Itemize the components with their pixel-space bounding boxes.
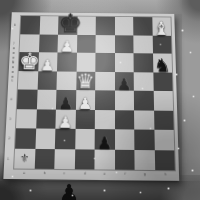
square-f7[interactable] (114, 35, 133, 53)
square-h6[interactable]: ♞ (153, 53, 173, 72)
square-e3[interactable] (95, 110, 115, 130)
square-h1[interactable] (154, 150, 174, 171)
square-h4[interactable] (153, 91, 173, 110)
chessboard: 87654321 abcdefgh ♚♝♟♚♟♞♛♟♟♟♟♟⚜ (3, 12, 179, 181)
square-h2[interactable] (154, 130, 174, 150)
black-knight-h6[interactable]: ♞ (153, 56, 173, 74)
square-c8[interactable]: ♚ (58, 16, 77, 34)
square-e8[interactable] (96, 17, 115, 35)
square-f5[interactable]: ♟ (114, 72, 133, 91)
square-c1[interactable] (54, 149, 74, 170)
square-f3[interactable] (115, 110, 135, 130)
square-g3[interactable] (134, 110, 154, 130)
rank-label-4: 4 (10, 91, 17, 106)
white-queen-d5[interactable]: ♛ (76, 72, 96, 93)
file-label-a: a (16, 170, 32, 177)
file-label-h: h (157, 172, 173, 179)
square-d1[interactable] (74, 149, 94, 170)
rank-label-3: 3 (9, 111, 16, 127)
photo-of-chessboard: 87654321 abcdefgh ♚♝♟♚♟♞♛♟♟♟♟♟⚜ ♟ (0, 0, 200, 200)
square-b6[interactable]: ♟ (38, 52, 58, 71)
square-e2[interactable]: ♟ (95, 129, 115, 149)
square-h8[interactable]: ♝ (152, 17, 171, 35)
square-g1[interactable] (134, 149, 154, 170)
square-b4[interactable] (36, 90, 56, 109)
white-pawn-b6[interactable]: ♟ (38, 57, 58, 72)
file-label-d: d (76, 171, 92, 178)
file-label-g: g (137, 172, 153, 179)
rank-label-6: 6 (12, 54, 19, 69)
square-e6[interactable] (95, 53, 114, 72)
square-f1[interactable] (115, 149, 135, 170)
square-c4[interactable]: ♟ (56, 90, 76, 109)
black-pawn-c4[interactable]: ♟ (56, 95, 76, 111)
background-bottom-shadow (0, 181, 200, 200)
square-g6[interactable] (134, 53, 153, 72)
square-h3[interactable] (154, 110, 174, 130)
square-g8[interactable] (133, 17, 152, 35)
square-c7[interactable]: ♟ (57, 34, 76, 52)
white-pawn-c3[interactable]: ♟ (55, 115, 75, 131)
square-a2[interactable] (15, 128, 36, 148)
file-label-f: f (117, 172, 133, 179)
rank-label-5: 5 (11, 72, 18, 87)
offboard-captured-black-pawn[interactable]: ♟ (56, 182, 82, 200)
black-king-c8[interactable]: ♚ (58, 10, 77, 36)
square-g2[interactable] (134, 130, 154, 150)
square-f8[interactable] (114, 17, 133, 35)
file-labels: abcdefgh (14, 170, 175, 180)
board-perspective-wrap: 87654321 abcdefgh ♚♝♟♚♟♞♛♟♟♟♟♟⚜ (3, 12, 179, 181)
rank-label-1: 1 (7, 150, 14, 166)
black-pawn-f5[interactable]: ♟ (114, 77, 133, 93)
rank-label-2: 2 (8, 130, 15, 146)
square-a8[interactable] (20, 16, 39, 34)
square-e7[interactable] (95, 35, 114, 53)
white-pawn-c7[interactable]: ♟ (57, 39, 76, 54)
dust-speckles (0, 0, 1, 1)
rank-label-8: 8 (13, 18, 20, 32)
file-label-e: e (96, 171, 112, 178)
black-pawn-e2[interactable]: ♟ (95, 135, 115, 152)
square-a3[interactable] (16, 109, 36, 129)
rank-label-7: 7 (13, 36, 20, 51)
white-bishop-h8[interactable]: ♝ (152, 19, 171, 38)
square-e4[interactable] (95, 90, 115, 109)
square-g4[interactable] (134, 91, 154, 110)
square-d5[interactable]: ♛ (76, 71, 96, 90)
square-b1[interactable] (34, 148, 55, 169)
square-a6[interactable]: ♚ (19, 52, 39, 71)
background-right-band (182, 0, 200, 200)
white-pawn-d4[interactable]: ♟ (75, 95, 95, 111)
square-g5[interactable] (134, 72, 154, 91)
square-b8[interactable] (39, 16, 58, 34)
white-king-a6[interactable]: ♚ (19, 50, 39, 73)
file-label-b: b (36, 171, 52, 178)
square-f6[interactable] (114, 53, 133, 72)
square-f2[interactable] (115, 129, 135, 149)
square-d6[interactable] (76, 53, 95, 72)
board-grid: ♚♝♟♚♟♞♛♟♟♟♟♟⚜ (14, 16, 175, 170)
square-a4[interactable] (17, 89, 37, 108)
square-c3[interactable]: ♟ (55, 109, 75, 129)
square-c5[interactable] (56, 71, 76, 90)
square-d2[interactable] (75, 129, 95, 149)
square-b3[interactable] (36, 109, 56, 129)
square-b2[interactable] (35, 128, 55, 148)
board-emblem: ⚜ (14, 152, 35, 165)
square-e5[interactable] (95, 71, 114, 90)
square-g7[interactable] (133, 35, 152, 53)
square-a1[interactable]: ⚜ (14, 148, 35, 169)
square-b7[interactable] (38, 34, 57, 52)
file-label-c: c (56, 171, 72, 178)
